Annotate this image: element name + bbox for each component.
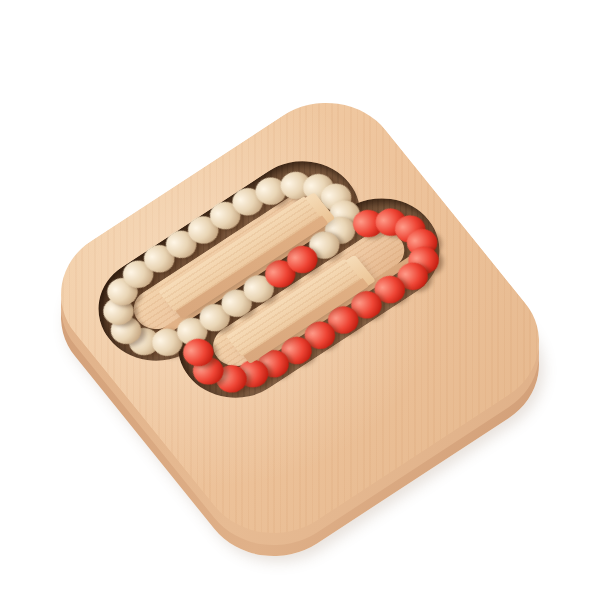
board-tray — [32, 77, 568, 560]
board-top — [60, 78, 540, 558]
product-photo-scene — [0, 0, 600, 600]
track-upper-channel — [76, 141, 383, 381]
balls-layer — [32, 77, 343, 280]
